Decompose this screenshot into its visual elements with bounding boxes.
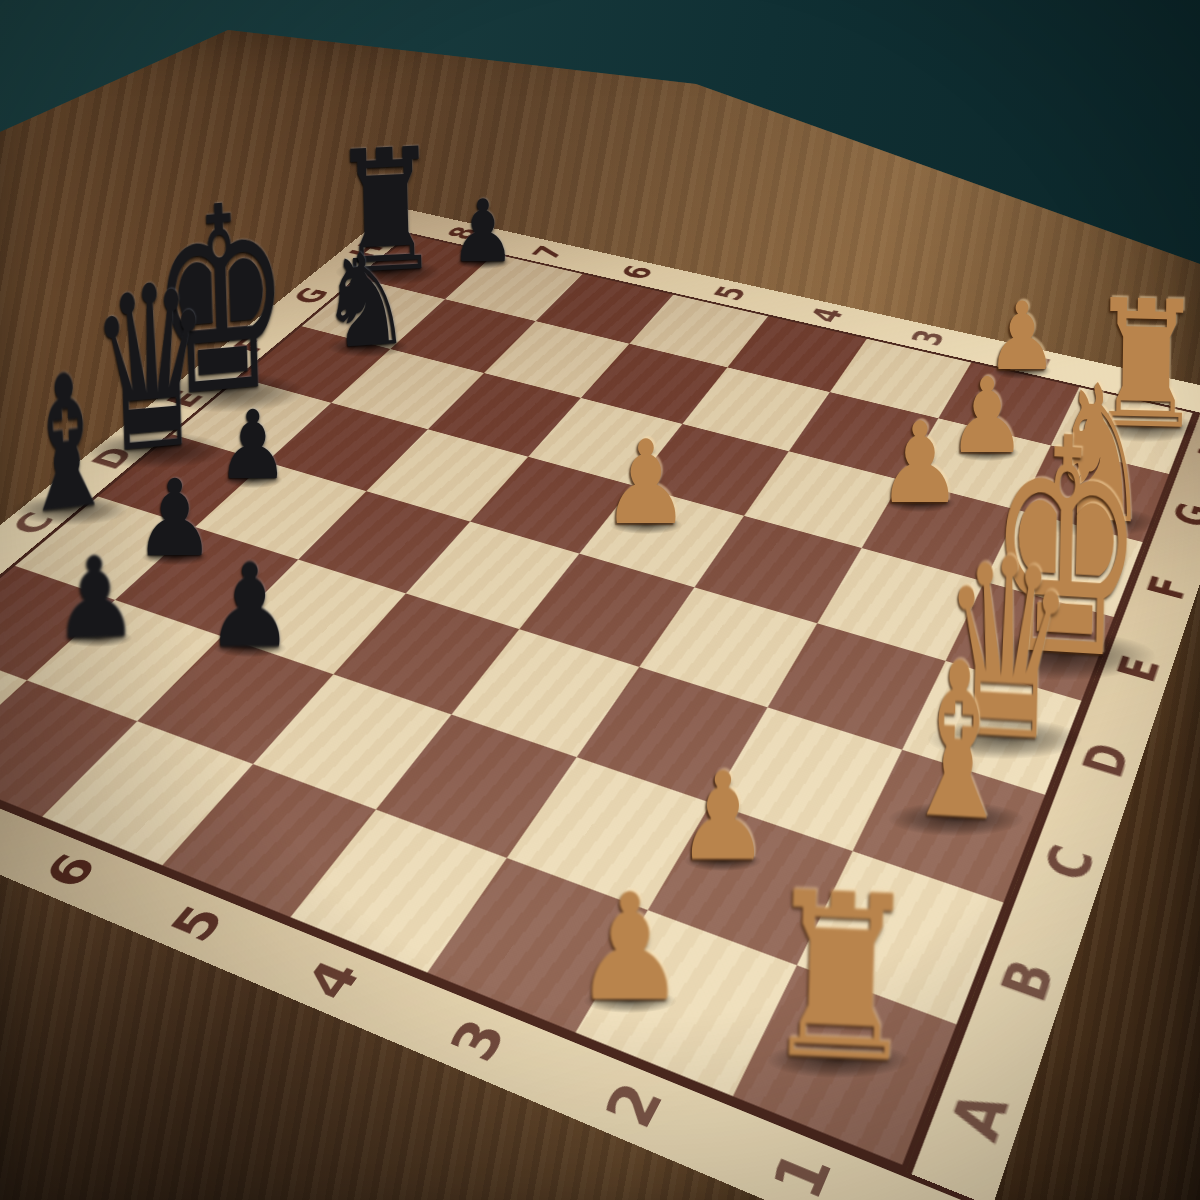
white-bishop-c1[interactable]: ♝ bbox=[898, 631, 1018, 853]
white-pawn-e4[interactable]: ♟ bbox=[602, 425, 690, 541]
chessboard-photo-scene: 87654321 87654321 HGFEDCBA HGFEDCBA ♜♞♟♚… bbox=[0, 0, 1200, 1200]
black-pawn-d7[interactable]: ♟ bbox=[135, 466, 216, 572]
black-pawn-h7[interactable]: ♟ bbox=[450, 188, 516, 274]
white-pawn-b2[interactable]: ♟ bbox=[677, 756, 770, 878]
white-pawn-a2[interactable]: ♟ bbox=[574, 874, 687, 1022]
black-pawn-e7[interactable]: ♟ bbox=[217, 398, 289, 493]
black-knight-g8[interactable]: ♞ bbox=[317, 234, 414, 368]
black-bishop-c8[interactable]: ♝ bbox=[13, 346, 120, 542]
white-rook-a1[interactable]: ♜ bbox=[758, 860, 924, 1095]
black-pawn-b7[interactable]: ♟ bbox=[51, 540, 140, 655]
black-pawn-c6[interactable]: ♟ bbox=[206, 548, 294, 664]
